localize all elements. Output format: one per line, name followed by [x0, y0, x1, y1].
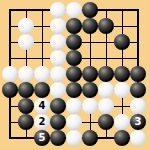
white-stone[interactable] [2, 66, 18, 82]
move-number-label: 4 [39, 98, 46, 114]
black-stone[interactable] [82, 66, 98, 82]
black-stone[interactable] [18, 114, 34, 130]
white-stone[interactable]: 4 [34, 98, 50, 114]
white-stone[interactable] [114, 82, 130, 98]
white-stone[interactable] [66, 98, 82, 114]
white-stone[interactable] [98, 98, 114, 114]
white-stone[interactable] [98, 82, 114, 98]
black-stone[interactable] [66, 34, 82, 50]
white-stone[interactable] [18, 34, 34, 50]
black-stone[interactable] [82, 82, 98, 98]
white-stone[interactable] [50, 50, 66, 66]
black-stone[interactable] [66, 18, 82, 34]
black-stone[interactable] [130, 66, 146, 82]
move-number-label: 5 [39, 130, 46, 146]
go-board[interactable]: 4235 [0, 0, 150, 150]
black-stone[interactable] [18, 98, 34, 114]
black-stone[interactable] [82, 18, 98, 34]
black-stone[interactable]: 3 [130, 114, 146, 130]
white-stone[interactable] [50, 34, 66, 50]
black-stone[interactable] [82, 130, 98, 146]
white-stone[interactable] [18, 66, 34, 82]
white-stone[interactable] [66, 130, 82, 146]
move-number-label: 2 [39, 114, 46, 130]
black-stone[interactable] [50, 114, 66, 130]
white-stone[interactable] [34, 66, 50, 82]
white-stone[interactable]: 2 [34, 114, 50, 130]
black-stone[interactable] [50, 130, 66, 146]
white-stone[interactable] [130, 130, 146, 146]
white-stone[interactable] [18, 18, 34, 34]
black-stone[interactable] [98, 114, 114, 130]
go-diagram: 4235 [0, 0, 150, 150]
white-stone[interactable] [66, 2, 82, 18]
white-stone[interactable] [50, 66, 66, 82]
white-stone[interactable] [66, 114, 82, 130]
black-stone[interactable] [82, 2, 98, 18]
black-stone[interactable] [130, 82, 146, 98]
black-stone[interactable] [66, 66, 82, 82]
black-stone[interactable] [98, 66, 114, 82]
white-stone[interactable] [50, 2, 66, 18]
white-stone[interactable] [50, 82, 66, 98]
black-stone[interactable] [114, 130, 130, 146]
white-stone[interactable] [82, 98, 98, 114]
white-stone[interactable] [114, 114, 130, 130]
white-stone[interactable] [130, 98, 146, 114]
black-stone[interactable] [34, 82, 50, 98]
black-stone[interactable] [66, 50, 82, 66]
black-stone[interactable] [50, 98, 66, 114]
black-stone[interactable] [98, 18, 114, 34]
black-stone[interactable] [18, 82, 34, 98]
black-stone[interactable] [66, 82, 82, 98]
move-number-label: 3 [135, 114, 142, 130]
white-stone[interactable] [50, 18, 66, 34]
black-stone[interactable] [2, 82, 18, 98]
black-stone[interactable] [114, 34, 130, 50]
black-stone[interactable] [114, 66, 130, 82]
black-stone[interactable]: 5 [34, 130, 50, 146]
